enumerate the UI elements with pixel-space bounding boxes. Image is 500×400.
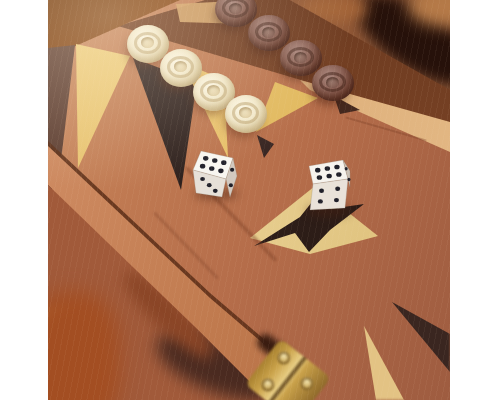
die-pip xyxy=(319,188,324,192)
die-pip xyxy=(315,168,320,173)
die-pip xyxy=(230,168,234,172)
die-pip xyxy=(345,167,348,170)
die-pip xyxy=(325,166,330,171)
die-2-face-front_face xyxy=(310,179,348,210)
die-pip xyxy=(212,158,217,163)
die-pip xyxy=(209,166,214,171)
die-pip xyxy=(334,198,339,202)
die-pip xyxy=(335,187,340,191)
die-pip xyxy=(317,175,322,180)
dice-layer xyxy=(48,0,450,400)
die-pip xyxy=(334,165,339,170)
die-pip xyxy=(347,178,350,181)
die-pip xyxy=(200,164,205,169)
die-pip xyxy=(207,183,212,187)
die-pip xyxy=(213,189,218,193)
die-2[interactable] xyxy=(303,158,353,216)
die-pip xyxy=(221,160,226,165)
photo-stage xyxy=(0,0,500,400)
white-margin-left xyxy=(0,0,48,400)
die-pip xyxy=(318,199,323,203)
die-pip xyxy=(326,174,331,179)
die-pip xyxy=(203,156,208,161)
backgammon-board-photo xyxy=(48,0,450,400)
die-pip xyxy=(336,172,341,177)
die-pip xyxy=(200,177,205,181)
die-pip xyxy=(229,183,233,187)
die-1[interactable] xyxy=(191,150,239,200)
die-pip xyxy=(218,169,223,174)
white-margin-right xyxy=(450,0,500,400)
